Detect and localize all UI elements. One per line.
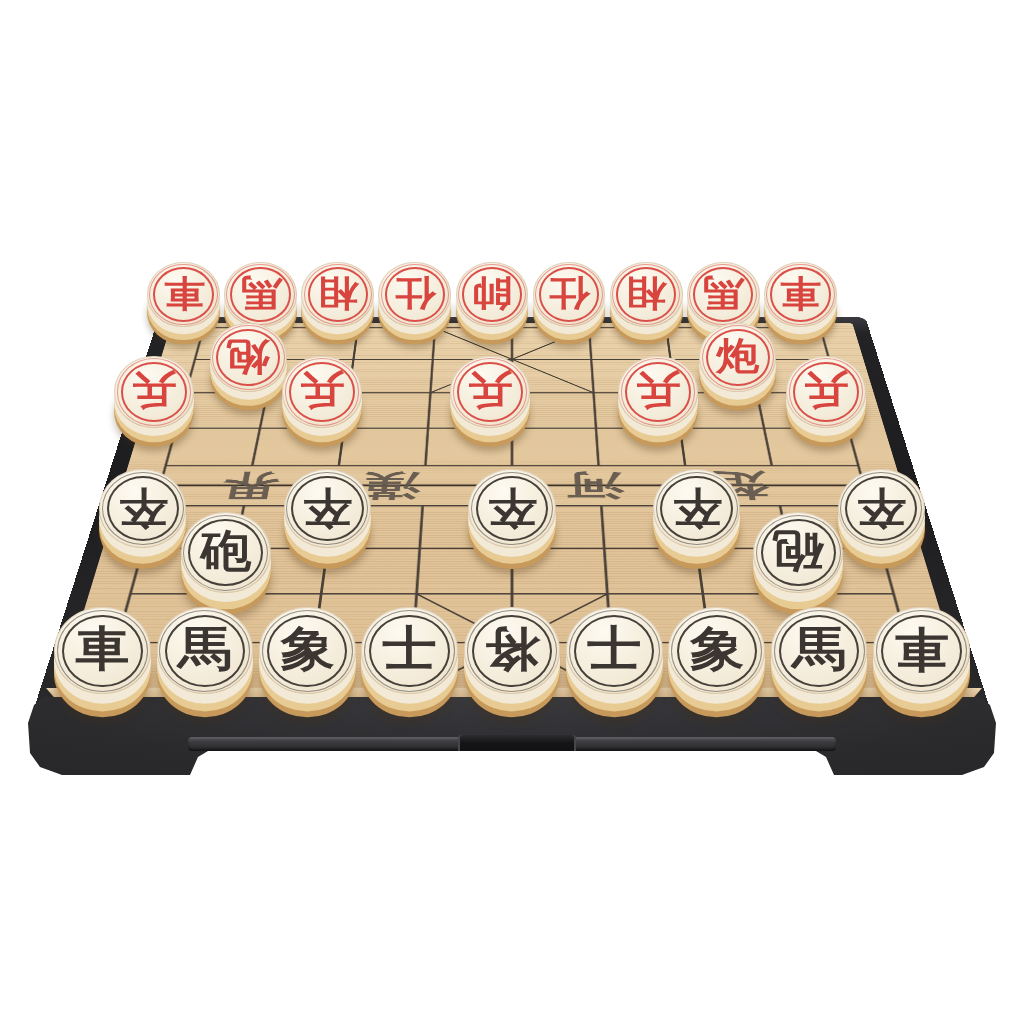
black-cannon-piece[interactable]: 砲 (753, 512, 843, 593)
piece-character: 仕 (549, 275, 590, 311)
piece-character: 馬 (178, 625, 232, 673)
red-advisor-piece[interactable]: 仕 (378, 262, 451, 328)
black-chariot-piece[interactable]: 車 (54, 607, 151, 694)
piece-character: 兵 (804, 371, 848, 410)
red-chariot-piece[interactable]: 車 (764, 262, 837, 328)
xiangqi-set-photo: 界漢河楚 車馬相仕帥仕相馬車炮炮兵兵兵兵兵卒卒卒卒卒砲砲車馬象士将士象馬車 (0, 0, 1024, 1024)
piece-character: 兵 (636, 371, 680, 410)
piece-character: 兵 (300, 371, 344, 410)
piece-character: 砲 (201, 528, 251, 572)
piece-character: 炮 (716, 337, 759, 375)
piece-character: 士 (587, 625, 641, 673)
piece-character: 車 (163, 275, 204, 311)
pieces-layer: 車馬相仕帥仕相馬車炮炮兵兵兵兵兵卒卒卒卒卒砲砲車馬象士将士象馬車 (0, 0, 1024, 1024)
red-horse-piece[interactable]: 馬 (687, 262, 760, 328)
red-soldier-piece[interactable]: 兵 (786, 356, 865, 427)
black-cannon-piece[interactable]: 砲 (181, 512, 271, 593)
red-soldier-piece[interactable]: 兵 (450, 356, 529, 427)
black-chariot-piece[interactable]: 車 (873, 607, 970, 694)
piece-character: 炮 (227, 337, 270, 375)
red-horse-piece[interactable]: 馬 (224, 262, 297, 328)
piece-character: 馬 (792, 625, 846, 673)
black-general-piece[interactable]: 将 (464, 607, 561, 694)
black-advisor-piece[interactable]: 士 (566, 607, 663, 694)
piece-character: 卒 (118, 485, 167, 528)
piece-character: 兵 (132, 371, 176, 410)
piece-character: 象 (690, 625, 744, 673)
piece-character: 仕 (394, 275, 435, 311)
red-soldier-piece[interactable]: 兵 (282, 356, 361, 427)
black-elephant-piece[interactable]: 象 (259, 607, 356, 694)
piece-character: 象 (280, 625, 334, 673)
black-advisor-piece[interactable]: 士 (361, 607, 458, 694)
red-cannon-piece[interactable]: 炮 (699, 323, 776, 392)
red-elephant-piece[interactable]: 相 (301, 262, 374, 328)
piece-character: 車 (75, 625, 129, 673)
piece-character: 砲 (773, 528, 823, 572)
red-soldier-piece[interactable]: 兵 (114, 356, 193, 427)
piece-character: 兵 (468, 371, 512, 410)
black-horse-piece[interactable]: 馬 (771, 607, 868, 694)
piece-character: 士 (383, 625, 437, 673)
red-elephant-piece[interactable]: 相 (610, 262, 683, 328)
black-elephant-piece[interactable]: 象 (668, 607, 765, 694)
piece-character: 卒 (672, 485, 721, 528)
piece-character: 相 (626, 275, 667, 311)
piece-character: 車 (780, 275, 821, 311)
black-soldier-piece[interactable]: 卒 (99, 469, 186, 547)
red-cannon-piece[interactable]: 炮 (210, 323, 287, 392)
piece-character: 車 (894, 625, 948, 673)
black-horse-piece[interactable]: 馬 (157, 607, 254, 694)
black-soldier-piece[interactable]: 卒 (468, 469, 555, 547)
black-soldier-piece[interactable]: 卒 (284, 469, 371, 547)
red-advisor-piece[interactable]: 仕 (533, 262, 606, 328)
red-chariot-piece[interactable]: 車 (147, 262, 220, 328)
piece-character: 卒 (488, 485, 537, 528)
piece-character: 卒 (303, 485, 352, 528)
black-soldier-piece[interactable]: 卒 (838, 469, 925, 547)
piece-character: 帥 (472, 275, 513, 311)
black-soldier-piece[interactable]: 卒 (653, 469, 740, 547)
red-general-piece[interactable]: 帥 (456, 262, 529, 328)
piece-character: 相 (317, 275, 358, 311)
piece-character: 馬 (703, 275, 744, 311)
piece-character: 卒 (857, 485, 906, 528)
piece-character: 馬 (240, 275, 281, 311)
red-soldier-piece[interactable]: 兵 (618, 356, 697, 427)
piece-character: 将 (485, 625, 539, 673)
